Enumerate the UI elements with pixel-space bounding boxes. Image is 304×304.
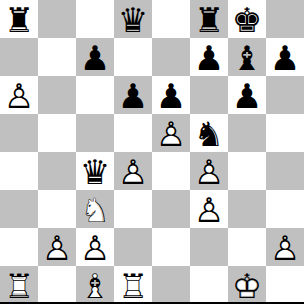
square-e3[interactable] (152, 190, 190, 228)
black-pawn: ♟︎ (266, 38, 304, 76)
piece-glyph: ♝︎ (228, 38, 266, 76)
square-h3[interactable] (266, 190, 304, 228)
piece-outline: ♙︎ (266, 228, 304, 266)
black-pawn: ♟︎ (114, 76, 152, 114)
square-e2[interactable] (152, 228, 190, 266)
square-d5[interactable] (114, 114, 152, 152)
square-h8[interactable] (266, 0, 304, 38)
square-d6[interactable]: ♟︎ (114, 76, 152, 114)
black-pawn: ♟︎ (76, 38, 114, 76)
piece-glyph: ♛︎ (114, 0, 152, 38)
square-a1[interactable]: ♜︎♖︎ (0, 266, 38, 304)
white-rook: ♜︎♖︎ (114, 266, 152, 304)
square-e6[interactable]: ♟︎ (152, 76, 190, 114)
square-b5[interactable] (38, 114, 76, 152)
square-g1[interactable]: ♚︎♔︎ (228, 266, 266, 304)
black-knight: ♞︎ (190, 114, 228, 152)
piece-glyph: ♟︎ (190, 38, 228, 76)
white-knight: ♞︎♘︎ (76, 190, 114, 228)
square-a2[interactable] (0, 228, 38, 266)
white-pawn: ♟︎♙︎ (114, 152, 152, 190)
piece-outline: ♙︎ (190, 190, 228, 228)
square-f5[interactable]: ♞︎ (190, 114, 228, 152)
white-bishop: ♝︎♗︎ (76, 266, 114, 304)
square-a5[interactable] (0, 114, 38, 152)
white-pawn: ♟︎♙︎ (152, 114, 190, 152)
square-g7[interactable]: ♝︎ (228, 38, 266, 76)
white-pawn: ♟︎♙︎ (190, 152, 228, 190)
piece-outline: ♙︎ (114, 152, 152, 190)
square-c6[interactable] (76, 76, 114, 114)
square-c5[interactable] (76, 114, 114, 152)
piece-glyph: ♟︎ (228, 76, 266, 114)
chess-board: ♜︎♛︎♜︎♚︎♟︎♟︎♝︎♟︎♟︎♙︎♟︎♟︎♟︎♟︎♙︎♞︎♛︎♟︎♙︎♟︎… (0, 0, 304, 304)
square-f6[interactable] (190, 76, 228, 114)
square-f8[interactable]: ♜︎ (190, 0, 228, 38)
white-king: ♚︎♔︎ (228, 266, 266, 304)
piece-outline: ♖︎ (0, 266, 38, 304)
black-pawn: ♟︎ (190, 38, 228, 76)
square-d3[interactable] (114, 190, 152, 228)
square-d8[interactable]: ♛︎ (114, 0, 152, 38)
white-pawn: ♟︎♙︎ (76, 228, 114, 266)
square-e7[interactable] (152, 38, 190, 76)
square-b1[interactable] (38, 266, 76, 304)
square-c7[interactable]: ♟︎ (76, 38, 114, 76)
square-c1[interactable]: ♝︎♗︎ (76, 266, 114, 304)
square-c2[interactable]: ♟︎♙︎ (76, 228, 114, 266)
chess-board-grid: ♜︎♛︎♜︎♚︎♟︎♟︎♝︎♟︎♟︎♙︎♟︎♟︎♟︎♟︎♙︎♞︎♛︎♟︎♙︎♟︎… (0, 0, 304, 304)
white-pawn: ♟︎♙︎ (190, 190, 228, 228)
piece-glyph: ♞︎ (190, 114, 228, 152)
square-h1[interactable] (266, 266, 304, 304)
square-a3[interactable] (0, 190, 38, 228)
black-king: ♚︎ (228, 0, 266, 38)
piece-glyph: ♟︎ (266, 38, 304, 76)
square-a6[interactable]: ♟︎♙︎ (0, 76, 38, 114)
square-f7[interactable]: ♟︎ (190, 38, 228, 76)
square-d1[interactable]: ♜︎♖︎ (114, 266, 152, 304)
square-g3[interactable] (228, 190, 266, 228)
black-rook: ♜︎ (0, 0, 38, 38)
square-b2[interactable]: ♟︎♙︎ (38, 228, 76, 266)
black-queen: ♛︎ (114, 0, 152, 38)
square-c4[interactable]: ♛︎ (76, 152, 114, 190)
square-f2[interactable] (190, 228, 228, 266)
square-e8[interactable] (152, 0, 190, 38)
piece-glyph: ♛︎ (76, 152, 114, 190)
square-g8[interactable]: ♚︎ (228, 0, 266, 38)
square-a4[interactable] (0, 152, 38, 190)
square-c3[interactable]: ♞︎♘︎ (76, 190, 114, 228)
square-g4[interactable] (228, 152, 266, 190)
black-queen: ♛︎ (76, 152, 114, 190)
black-rook: ♜︎ (190, 0, 228, 38)
black-pawn: ♟︎ (152, 76, 190, 114)
square-f4[interactable]: ♟︎♙︎ (190, 152, 228, 190)
piece-glyph: ♟︎ (152, 76, 190, 114)
square-d4[interactable]: ♟︎♙︎ (114, 152, 152, 190)
piece-outline: ♘︎ (76, 190, 114, 228)
square-g6[interactable]: ♟︎ (228, 76, 266, 114)
white-pawn: ♟︎♙︎ (38, 228, 76, 266)
square-b3[interactable] (38, 190, 76, 228)
square-d2[interactable] (114, 228, 152, 266)
piece-glyph: ♚︎ (228, 0, 266, 38)
piece-outline: ♗︎ (76, 266, 114, 304)
piece-glyph: ♟︎ (114, 76, 152, 114)
piece-outline: ♔︎ (228, 266, 266, 304)
square-b4[interactable] (38, 152, 76, 190)
square-e1[interactable] (152, 266, 190, 304)
piece-outline: ♙︎ (190, 152, 228, 190)
square-h2[interactable]: ♟︎♙︎ (266, 228, 304, 266)
square-c8[interactable] (76, 0, 114, 38)
black-pawn: ♟︎ (228, 76, 266, 114)
white-rook: ♜︎♖︎ (0, 266, 38, 304)
piece-outline: ♙︎ (76, 228, 114, 266)
square-f3[interactable]: ♟︎♙︎ (190, 190, 228, 228)
square-h7[interactable]: ♟︎ (266, 38, 304, 76)
black-bishop: ♝︎ (228, 38, 266, 76)
piece-glyph: ♟︎ (76, 38, 114, 76)
white-pawn: ♟︎♙︎ (266, 228, 304, 266)
piece-glyph: ♜︎ (190, 0, 228, 38)
piece-outline: ♙︎ (38, 228, 76, 266)
piece-outline: ♙︎ (152, 114, 190, 152)
square-a7[interactable] (0, 38, 38, 76)
square-h4[interactable] (266, 152, 304, 190)
square-g2[interactable] (228, 228, 266, 266)
square-b7[interactable] (38, 38, 76, 76)
piece-glyph: ♜︎ (0, 0, 38, 38)
square-b8[interactable] (38, 0, 76, 38)
square-b6[interactable] (38, 76, 76, 114)
piece-outline: ♙︎ (0, 76, 38, 114)
square-e5[interactable]: ♟︎♙︎ (152, 114, 190, 152)
square-h5[interactable] (266, 114, 304, 152)
square-d7[interactable] (114, 38, 152, 76)
square-g5[interactable] (228, 114, 266, 152)
square-h6[interactable] (266, 76, 304, 114)
square-a8[interactable]: ♜︎ (0, 0, 38, 38)
white-pawn: ♟︎♙︎ (0, 76, 38, 114)
square-e4[interactable] (152, 152, 190, 190)
square-f1[interactable] (190, 266, 228, 304)
piece-outline: ♖︎ (114, 266, 152, 304)
